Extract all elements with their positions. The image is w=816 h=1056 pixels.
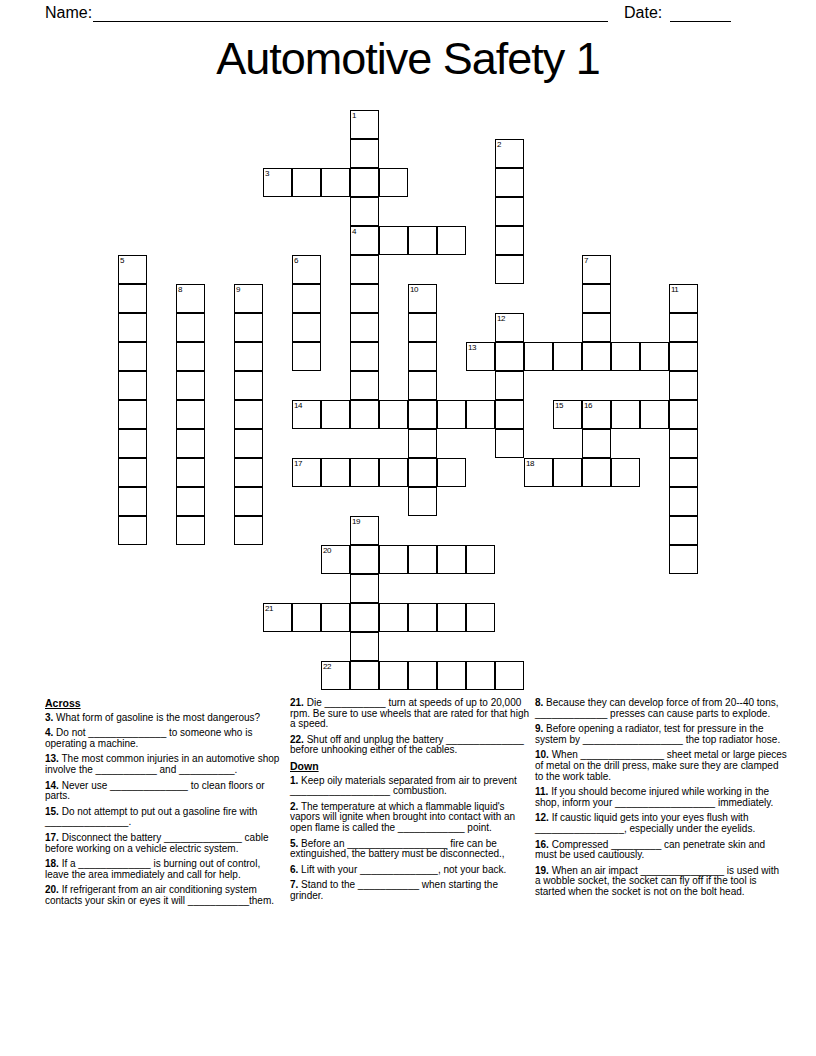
down-clue-list: 1. Keep oily materials separated from ai… — [290, 776, 533, 902]
cell-r11c4[interactable] — [234, 429, 263, 458]
cell-r8c17[interactable] — [611, 342, 640, 371]
cell-r14c0[interactable] — [118, 516, 147, 545]
cell-r9c0[interactable] — [118, 371, 147, 400]
cell-r12c4[interactable] — [234, 458, 263, 487]
cell-r11c13[interactable] — [495, 429, 524, 458]
clue-across-4: 4. Do not ______________ to someone who … — [45, 728, 285, 749]
cell-r12c2[interactable] — [176, 458, 205, 487]
clue-number-15: 15 — [555, 401, 563, 410]
cell-r12c6[interactable]: 17 — [292, 458, 321, 487]
cell-r8c12[interactable]: 13 — [466, 342, 495, 371]
cell-r7c6[interactable] — [292, 313, 321, 342]
name-blank-line — [93, 5, 608, 22]
cell-r7c10[interactable] — [408, 313, 437, 342]
clue-number-2: 2 — [497, 140, 501, 149]
cell-r17c5[interactable]: 21 — [263, 603, 292, 632]
cell-r19c7[interactable]: 22 — [321, 661, 350, 690]
cell-r17c8[interactable] — [350, 603, 379, 632]
cell-r11c0[interactable] — [118, 429, 147, 458]
clue-number-6: 6 — [294, 256, 298, 265]
cell-r6c0[interactable] — [118, 284, 147, 313]
cell-r6c2[interactable]: 8 — [176, 284, 205, 313]
cell-r11c2[interactable] — [176, 429, 205, 458]
cell-r6c10[interactable]: 10 — [408, 284, 437, 313]
clue-down-5: 5. Before an __________________ fire can… — [290, 839, 533, 860]
cell-r5c8[interactable] — [350, 255, 379, 284]
down-clue-list-continued: 8. Because they can develop force of fro… — [535, 698, 787, 898]
cell-r12c11[interactable] — [437, 458, 466, 487]
clue-across-17: 17. Disconnect the battery _____________… — [45, 833, 285, 854]
cell-r7c2[interactable] — [176, 313, 205, 342]
cell-r8c19[interactable] — [669, 342, 698, 371]
across-header: Across — [45, 698, 285, 709]
clue-down-12: 12. If caustic liquid gets into your eye… — [535, 813, 787, 834]
cell-r8c6[interactable] — [292, 342, 321, 371]
cell-r15c11[interactable] — [437, 545, 466, 574]
cell-r11c19[interactable] — [669, 429, 698, 458]
date-label: Date: — [624, 4, 662, 22]
cell-r12c8[interactable] — [350, 458, 379, 487]
cell-r3c13[interactable] — [495, 197, 524, 226]
cell-r12c9[interactable] — [379, 458, 408, 487]
clue-number-3: 3 — [265, 169, 269, 178]
cell-r11c16[interactable] — [582, 429, 611, 458]
cell-r10c9[interactable] — [379, 400, 408, 429]
clue-number-21: 21 — [265, 604, 273, 613]
clue-down-9: 9. Before opening a radiator, test for p… — [535, 724, 787, 745]
cell-r12c0[interactable] — [118, 458, 147, 487]
cell-r8c4[interactable] — [234, 342, 263, 371]
cell-r9c10[interactable] — [408, 371, 437, 400]
clue-across-22: 22. Shut off and unplug the battery ____… — [290, 735, 533, 756]
cell-r17c12[interactable] — [466, 603, 495, 632]
clue-down-19: 19. When an air impact _______________ i… — [535, 866, 787, 898]
across-clue-list-continued: 21. Die ___________ turn at speeds of up… — [290, 698, 533, 756]
cell-r15c19[interactable] — [669, 545, 698, 574]
cell-r9c19[interactable] — [669, 371, 698, 400]
cell-r15c8[interactable] — [350, 545, 379, 574]
clue-down-7: 7. Stand to the ___________ when startin… — [290, 880, 533, 901]
cell-r9c13[interactable] — [495, 371, 524, 400]
cell-r6c19[interactable]: 11 — [669, 284, 698, 313]
cell-r8c0[interactable] — [118, 342, 147, 371]
cell-r8c16[interactable] — [582, 342, 611, 371]
clue-number-22: 22 — [323, 662, 331, 671]
clue-across-14: 14. Never use ______________ to clean fl… — [45, 781, 285, 802]
clue-number-17: 17 — [294, 459, 302, 468]
cell-r17c7[interactable] — [321, 603, 350, 632]
cell-r13c19[interactable] — [669, 487, 698, 516]
clue-number-10: 10 — [410, 285, 418, 294]
cell-r7c19[interactable] — [669, 313, 698, 342]
clue-number-20: 20 — [323, 546, 331, 555]
clue-down-2: 2. The temperature at which a flammable … — [290, 802, 533, 834]
cell-r4c10[interactable] — [408, 226, 437, 255]
cell-r10c10[interactable] — [408, 400, 437, 429]
cell-r9c2[interactable] — [176, 371, 205, 400]
cell-r19c12[interactable] — [466, 661, 495, 690]
across-clue-list: 3. What form of gasoline is the most dan… — [45, 713, 285, 907]
cell-r12c17[interactable] — [611, 458, 640, 487]
crossword-grid: 12345678910111213141516171819202122 — [118, 110, 698, 690]
cell-r19c10[interactable] — [408, 661, 437, 690]
cell-r17c10[interactable] — [408, 603, 437, 632]
cell-r10c2[interactable] — [176, 400, 205, 429]
cell-r15c9[interactable] — [379, 545, 408, 574]
down-header: Down — [290, 761, 533, 772]
cell-r10c8[interactable] — [350, 400, 379, 429]
cell-r8c2[interactable] — [176, 342, 205, 371]
cell-r13c10[interactable] — [408, 487, 437, 516]
cell-r3c8[interactable] — [350, 197, 379, 226]
clue-column-left: Across 3. What form of gasoline is the m… — [45, 698, 285, 912]
cell-r6c8[interactable] — [350, 284, 379, 313]
cell-r18c8[interactable] — [350, 632, 379, 661]
cell-r2c6[interactable] — [292, 168, 321, 197]
cell-r10c6[interactable]: 14 — [292, 400, 321, 429]
cell-r8c13[interactable] — [495, 342, 524, 371]
cell-r10c7[interactable] — [321, 400, 350, 429]
cell-r19c11[interactable] — [437, 661, 466, 690]
clue-across-21: 21. Die ___________ turn at speeds of up… — [290, 698, 533, 730]
cell-r2c8[interactable] — [350, 168, 379, 197]
clue-down-8: 8. Because they can develop force of fro… — [535, 698, 787, 719]
cell-r4c13[interactable] — [495, 226, 524, 255]
clue-column-right: 8. Because they can develop force of fro… — [535, 698, 787, 903]
cell-r7c0[interactable] — [118, 313, 147, 342]
name-label: Name: — [45, 4, 92, 22]
cell-r6c6[interactable] — [292, 284, 321, 313]
cell-r5c16[interactable]: 7 — [582, 255, 611, 284]
cell-r5c0[interactable]: 5 — [118, 255, 147, 284]
cell-r8c18[interactable] — [640, 342, 669, 371]
clue-number-19: 19 — [352, 517, 360, 526]
cell-r10c17[interactable] — [611, 400, 640, 429]
clue-down-16: 16. Compressed _________ can penetrate s… — [535, 840, 787, 861]
clue-down-11: 11. If you should become injured while w… — [535, 787, 787, 808]
cell-r10c13[interactable] — [495, 400, 524, 429]
cell-r5c6[interactable]: 6 — [292, 255, 321, 284]
cell-r14c8[interactable]: 19 — [350, 516, 379, 545]
clue-number-4: 4 — [352, 227, 356, 236]
clue-number-18: 18 — [526, 459, 534, 468]
cell-r7c4[interactable] — [234, 313, 263, 342]
puzzle-title: Automotive Safety 1 — [0, 34, 816, 84]
cell-r12c7[interactable] — [321, 458, 350, 487]
cell-r10c4[interactable] — [234, 400, 263, 429]
cell-r6c16[interactable] — [582, 284, 611, 313]
cell-r10c16[interactable]: 16 — [582, 400, 611, 429]
cell-r1c8[interactable] — [350, 139, 379, 168]
cell-r9c4[interactable] — [234, 371, 263, 400]
cell-r10c19[interactable] — [669, 400, 698, 429]
cell-r9c8[interactable] — [350, 371, 379, 400]
clue-number-13: 13 — [468, 343, 476, 352]
cell-r4c8[interactable]: 4 — [350, 226, 379, 255]
clue-column-middle: 21. Die ___________ turn at speeds of up… — [290, 698, 533, 907]
cell-r13c0[interactable] — [118, 487, 147, 516]
cell-r0c8[interactable]: 1 — [350, 110, 379, 139]
date-blank-line — [670, 5, 731, 22]
cell-r7c8[interactable] — [350, 313, 379, 342]
cell-r8c8[interactable] — [350, 342, 379, 371]
clue-across-20: 20. If refrigerant from an air condition… — [45, 885, 285, 906]
cell-r12c10[interactable] — [408, 458, 437, 487]
clue-down-1: 1. Keep oily materials separated from ai… — [290, 776, 533, 797]
cell-r2c9[interactable] — [379, 168, 408, 197]
clue-number-14: 14 — [294, 401, 302, 410]
cell-r14c19[interactable] — [669, 516, 698, 545]
cell-r10c15[interactable]: 15 — [553, 400, 582, 429]
cell-r1c13[interactable]: 2 — [495, 139, 524, 168]
cell-r2c5[interactable]: 3 — [263, 168, 292, 197]
clue-number-16: 16 — [584, 401, 592, 410]
cell-r15c10[interactable] — [408, 545, 437, 574]
cell-r17c11[interactable] — [437, 603, 466, 632]
clue-number-12: 12 — [497, 314, 505, 323]
cell-r19c8[interactable] — [350, 661, 379, 690]
clue-number-1: 1 — [352, 111, 356, 120]
clue-across-13: 13. The most common injuries in an autom… — [45, 754, 285, 775]
cell-r10c18[interactable] — [640, 400, 669, 429]
clue-down-10: 10. When _______________ sheet metal or … — [535, 750, 787, 782]
cell-r19c13[interactable] — [495, 661, 524, 690]
clue-number-5: 5 — [120, 256, 124, 265]
cell-r2c13[interactable] — [495, 168, 524, 197]
cell-r14c4[interactable] — [234, 516, 263, 545]
cell-r2c7[interactable] — [321, 168, 350, 197]
clue-across-3: 3. What form of gasoline is the most dan… — [45, 713, 285, 724]
cell-r17c6[interactable] — [292, 603, 321, 632]
cell-r12c14[interactable]: 18 — [524, 458, 553, 487]
cell-r15c7[interactable]: 20 — [321, 545, 350, 574]
cell-r17c9[interactable] — [379, 603, 408, 632]
cell-r8c14[interactable] — [524, 342, 553, 371]
cell-r10c11[interactable] — [437, 400, 466, 429]
cell-r10c12[interactable] — [466, 400, 495, 429]
clue-across-18: 18. If a _____________ is burning out of… — [45, 859, 285, 880]
cell-r16c8[interactable] — [350, 574, 379, 603]
clue-number-8: 8 — [178, 285, 182, 294]
cell-r14c2[interactable] — [176, 516, 205, 545]
cell-r7c13[interactable]: 12 — [495, 313, 524, 342]
cell-r4c9[interactable] — [379, 226, 408, 255]
cell-r12c15[interactable] — [553, 458, 582, 487]
cell-r11c10[interactable] — [408, 429, 437, 458]
clue-across-15: 15. Do not attempt to put out a gasoline… — [45, 807, 285, 828]
cell-r10c0[interactable] — [118, 400, 147, 429]
clue-number-11: 11 — [671, 285, 678, 294]
cell-r12c19[interactable] — [669, 458, 698, 487]
cell-r13c2[interactable] — [176, 487, 205, 516]
cell-r12c16[interactable] — [582, 458, 611, 487]
cell-r6c4[interactable]: 9 — [234, 284, 263, 313]
clue-down-6: 6. Lift with your ______________, not yo… — [290, 865, 533, 876]
clue-number-9: 9 — [236, 285, 240, 294]
cell-r19c9[interactable] — [379, 661, 408, 690]
clue-number-7: 7 — [584, 256, 588, 265]
cell-r5c13[interactable] — [495, 255, 524, 284]
cell-r15c12[interactable] — [466, 545, 495, 574]
cell-r7c16[interactable] — [582, 313, 611, 342]
cell-r4c11[interactable] — [437, 226, 466, 255]
cell-r8c10[interactable] — [408, 342, 437, 371]
cell-r8c15[interactable] — [553, 342, 582, 371]
cell-r13c4[interactable] — [234, 487, 263, 516]
